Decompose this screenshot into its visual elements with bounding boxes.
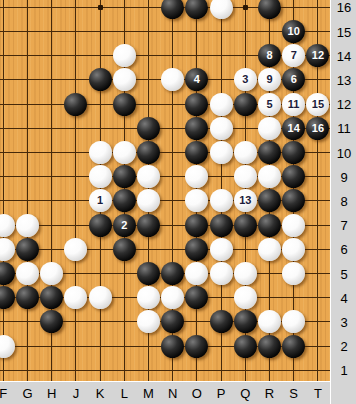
stone-white-M8 xyxy=(137,189,160,212)
grid-line-h-15 xyxy=(0,31,330,32)
stone-white-S3 xyxy=(282,310,305,333)
file-label-R: R xyxy=(265,386,274,401)
stone-black-Q2 xyxy=(234,335,257,358)
move-number-label: 15 xyxy=(312,93,324,116)
stone-white-J6 xyxy=(64,238,87,261)
stone-white-Q13: 3 xyxy=(234,68,257,91)
move-number-label: 16 xyxy=(312,117,324,140)
stone-black-M7 xyxy=(137,214,160,237)
file-label-M: M xyxy=(143,386,154,401)
stone-white-K8: 1 xyxy=(89,189,112,212)
stone-black-O12 xyxy=(185,93,208,116)
rank-label-6: 6 xyxy=(340,242,347,257)
file-label-J: J xyxy=(73,386,80,401)
stone-black-G6 xyxy=(16,238,39,261)
stone-black-L6 xyxy=(113,238,136,261)
stone-white-K10 xyxy=(89,141,112,164)
move-number-label: 2 xyxy=(121,214,127,237)
stone-black-S13: 6 xyxy=(282,68,305,91)
stone-white-P8 xyxy=(210,189,233,212)
move-number-label: 3 xyxy=(242,68,248,91)
stone-white-P6 xyxy=(210,238,233,261)
stone-black-M5 xyxy=(137,262,160,285)
stone-white-Q5 xyxy=(234,262,257,285)
move-number-label: 8 xyxy=(266,44,272,67)
file-label-O: O xyxy=(192,386,202,401)
rank-label-14: 14 xyxy=(337,48,351,63)
rank-label-1: 1 xyxy=(340,363,347,378)
stone-white-L14 xyxy=(113,44,136,67)
stone-black-R2 xyxy=(258,335,281,358)
stone-white-S5 xyxy=(282,262,305,285)
stone-white-P10 xyxy=(210,141,233,164)
move-number-label: 14 xyxy=(288,117,300,140)
stone-white-R3 xyxy=(258,310,281,333)
stone-black-N5 xyxy=(161,262,184,285)
file-label-L: L xyxy=(121,386,128,401)
rank-label-5: 5 xyxy=(340,266,347,281)
rank-label-15: 15 xyxy=(337,24,351,39)
move-number-label: 1 xyxy=(97,189,103,212)
stone-black-S11: 14 xyxy=(282,117,305,140)
file-label-N: N xyxy=(168,386,177,401)
stone-black-K7 xyxy=(89,214,112,237)
stone-white-G7 xyxy=(16,214,39,237)
stone-white-H5 xyxy=(40,262,63,285)
stone-white-K9 xyxy=(89,165,112,188)
file-label-G: G xyxy=(22,386,32,401)
stone-white-Q10 xyxy=(234,141,257,164)
stone-black-T14: 12 xyxy=(306,44,329,67)
stone-black-O13: 4 xyxy=(185,68,208,91)
rank-label-13: 13 xyxy=(337,72,351,87)
stone-black-R14: 8 xyxy=(258,44,281,67)
stone-white-Q9 xyxy=(234,165,257,188)
stone-white-O5 xyxy=(185,262,208,285)
stone-white-R13: 9 xyxy=(258,68,281,91)
grid-line-h-1 xyxy=(0,370,330,371)
stone-white-O8 xyxy=(185,189,208,212)
stone-white-K4 xyxy=(89,286,112,309)
move-number-label: 13 xyxy=(239,189,251,212)
stone-black-R10 xyxy=(258,141,281,164)
stone-black-H4 xyxy=(40,286,63,309)
stone-black-J12 xyxy=(64,93,87,116)
rank-label-10: 10 xyxy=(337,145,351,160)
stone-black-N3 xyxy=(161,310,184,333)
stone-black-S15: 10 xyxy=(282,20,305,43)
file-label-T: T xyxy=(314,386,322,401)
stone-white-S6 xyxy=(282,238,305,261)
stone-white-S12: 11 xyxy=(282,93,305,116)
stone-black-H3 xyxy=(40,310,63,333)
stone-black-R8 xyxy=(258,189,281,212)
stone-black-L7: 2 xyxy=(113,214,136,237)
stone-white-S14: 7 xyxy=(282,44,305,67)
stone-black-S10 xyxy=(282,141,305,164)
stone-black-Q12 xyxy=(234,93,257,116)
stone-black-P3 xyxy=(210,310,233,333)
stone-white-P11 xyxy=(210,117,233,140)
go-app-window: 10871243965111514161132 1615141312111098… xyxy=(0,0,356,404)
rank-label-2: 2 xyxy=(340,339,347,354)
stone-black-O11 xyxy=(185,117,208,140)
stone-white-L13 xyxy=(113,68,136,91)
rank-label-11: 11 xyxy=(337,121,351,136)
stone-white-M3 xyxy=(137,310,160,333)
stone-white-N13 xyxy=(161,68,184,91)
stone-white-O9 xyxy=(185,165,208,188)
go-board[interactable]: 10871243965111514161132 xyxy=(0,0,330,381)
star-point-K16 xyxy=(98,5,103,10)
stone-black-S2 xyxy=(282,335,305,358)
file-label-F: F xyxy=(0,386,7,401)
stone-white-F7 xyxy=(0,214,15,237)
stone-black-L9 xyxy=(113,165,136,188)
rank-labels-strip: 16151413121110987654321 xyxy=(330,0,356,404)
stone-black-Q7 xyxy=(234,214,257,237)
stone-white-M4 xyxy=(137,286,160,309)
move-number-label: 6 xyxy=(291,68,297,91)
rank-label-7: 7 xyxy=(340,218,347,233)
move-number-label: 7 xyxy=(291,44,297,67)
stone-black-P7 xyxy=(210,214,233,237)
stone-white-Q4 xyxy=(234,286,257,309)
stone-black-O10 xyxy=(185,141,208,164)
stone-white-P5 xyxy=(210,262,233,285)
stone-black-O16 xyxy=(185,0,208,19)
stone-white-R9 xyxy=(258,165,281,188)
stone-black-N2 xyxy=(161,335,184,358)
stone-white-T12: 15 xyxy=(306,93,329,116)
stone-white-F6 xyxy=(0,238,15,261)
move-number-label: 4 xyxy=(194,68,200,91)
grid-line-v-F xyxy=(3,0,4,381)
stone-white-J4 xyxy=(64,286,87,309)
move-number-label: 11 xyxy=(288,93,300,116)
stone-white-P16 xyxy=(210,0,233,19)
stone-black-O7 xyxy=(185,214,208,237)
stone-white-S7 xyxy=(282,214,305,237)
stone-black-Q3 xyxy=(234,310,257,333)
stone-black-R16 xyxy=(258,0,281,19)
file-label-Q: Q xyxy=(240,386,250,401)
stone-black-F4 xyxy=(0,286,15,309)
rank-label-9: 9 xyxy=(340,169,347,184)
rank-label-3: 3 xyxy=(340,314,347,329)
stone-black-M10 xyxy=(137,141,160,164)
stone-white-R6 xyxy=(258,238,281,261)
stone-white-G5 xyxy=(16,262,39,285)
stone-black-G4 xyxy=(16,286,39,309)
stone-black-T11: 16 xyxy=(306,117,329,140)
stone-black-F5 xyxy=(0,262,15,285)
stone-black-O4 xyxy=(185,286,208,309)
stone-black-K13 xyxy=(89,68,112,91)
stone-white-Q8: 13 xyxy=(234,189,257,212)
stone-black-N16 xyxy=(161,0,184,19)
stone-white-M9 xyxy=(137,165,160,188)
file-label-S: S xyxy=(289,386,298,401)
file-label-H: H xyxy=(47,386,56,401)
move-number-label: 10 xyxy=(288,20,300,43)
move-number-label: 12 xyxy=(312,44,324,67)
rank-label-12: 12 xyxy=(337,97,351,112)
stone-white-L10 xyxy=(113,141,136,164)
stone-white-P12 xyxy=(210,93,233,116)
move-number-label: 5 xyxy=(266,93,272,116)
grid-line-v-G xyxy=(27,0,28,381)
stone-black-O2 xyxy=(185,335,208,358)
grid-line-v-J xyxy=(75,0,76,381)
stone-black-O6 xyxy=(185,238,208,261)
stone-black-M11 xyxy=(137,117,160,140)
stone-black-S8 xyxy=(282,189,305,212)
stone-black-L12 xyxy=(113,93,136,116)
stone-white-N4 xyxy=(161,286,184,309)
file-label-P: P xyxy=(217,386,226,401)
stone-white-F2 xyxy=(0,335,15,358)
rank-label-16: 16 xyxy=(337,0,351,15)
stone-black-L8 xyxy=(113,189,136,212)
stone-white-R12: 5 xyxy=(258,93,281,116)
stone-black-S9 xyxy=(282,165,305,188)
file-labels-strip: FGHJKLMNOPQRST xyxy=(0,381,330,404)
move-number-label: 9 xyxy=(266,68,272,91)
rank-label-8: 8 xyxy=(340,193,347,208)
star-point-Q16 xyxy=(243,5,248,10)
stone-black-R7 xyxy=(258,214,281,237)
stone-white-R11 xyxy=(258,117,281,140)
file-label-K: K xyxy=(96,386,105,401)
rank-label-4: 4 xyxy=(340,290,347,305)
